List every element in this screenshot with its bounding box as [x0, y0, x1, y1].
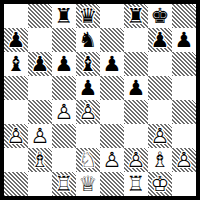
square-d2[interactable]: ♞♘: [76, 148, 100, 172]
square-c3[interactable]: [52, 124, 76, 148]
square-g1[interactable]: ♚♔: [148, 172, 172, 196]
white-rook-outline: ♖: [124, 172, 148, 196]
black-bishop-glyph: ♝: [76, 52, 100, 76]
square-a2[interactable]: [4, 148, 28, 172]
white-pawn[interactable]: ♟♙: [76, 100, 100, 124]
square-a3[interactable]: ♟♙: [4, 124, 28, 148]
square-f5[interactable]: ♟: [124, 76, 148, 100]
white-rook-outline: ♖: [52, 172, 76, 196]
square-d6[interactable]: ♝: [76, 52, 100, 76]
square-c4[interactable]: ♟♙: [52, 100, 76, 124]
white-rook[interactable]: ♜♖: [124, 172, 148, 196]
square-h3[interactable]: [172, 124, 196, 148]
square-c8[interactable]: ♜: [52, 4, 76, 28]
black-queen[interactable]: ♛: [76, 4, 100, 28]
black-rook-glyph: ♜: [124, 4, 148, 28]
chess-board: ♜♛♜♚♟♞♟♟♝♟♟♝♟♟♟♟♙♟♙♟♙♟♙♟♙♝♗♞♘♟♙♟♙♝♗♟♙♜♖♛…: [0, 0, 200, 200]
white-pawn-outline: ♙: [172, 148, 196, 172]
square-g6[interactable]: [148, 52, 172, 76]
square-e7[interactable]: [100, 28, 124, 52]
square-g5[interactable]: [148, 76, 172, 100]
square-h4[interactable]: [172, 100, 196, 124]
square-f7[interactable]: [124, 28, 148, 52]
white-pawn[interactable]: ♟♙: [124, 148, 148, 172]
square-h8[interactable]: [172, 4, 196, 28]
square-f8[interactable]: ♜: [124, 4, 148, 28]
white-pawn[interactable]: ♟♙: [172, 148, 196, 172]
square-e5[interactable]: [100, 76, 124, 100]
black-king[interactable]: ♚: [148, 4, 172, 28]
black-pawn[interactable]: ♟: [100, 52, 124, 76]
white-king-outline: ♔: [148, 172, 172, 196]
square-a8[interactable]: [4, 4, 28, 28]
square-e2[interactable]: ♟♙: [100, 148, 124, 172]
black-pawn[interactable]: ♟: [52, 52, 76, 76]
square-g7[interactable]: ♟: [148, 28, 172, 52]
square-h2[interactable]: ♟♙: [172, 148, 196, 172]
square-d7[interactable]: ♞: [76, 28, 100, 52]
square-e6[interactable]: ♟: [100, 52, 124, 76]
square-b4[interactable]: [28, 100, 52, 124]
square-d3[interactable]: [76, 124, 100, 148]
black-pawn[interactable]: ♟: [124, 76, 148, 100]
square-f4[interactable]: [124, 100, 148, 124]
square-f6[interactable]: [124, 52, 148, 76]
white-bishop-outline: ♗: [148, 148, 172, 172]
black-pawn[interactable]: ♟: [28, 52, 52, 76]
black-bishop[interactable]: ♝: [76, 52, 100, 76]
white-pawn[interactable]: ♟♙: [52, 100, 76, 124]
square-c1[interactable]: ♜♖: [52, 172, 76, 196]
square-b6[interactable]: ♟: [28, 52, 52, 76]
black-pawn-glyph: ♟: [100, 52, 124, 76]
square-f1[interactable]: ♜♖: [124, 172, 148, 196]
black-king-glyph: ♚: [148, 4, 172, 28]
black-pawn-glyph: ♟: [28, 52, 52, 76]
square-g8[interactable]: ♚: [148, 4, 172, 28]
white-king[interactable]: ♚♔: [148, 172, 172, 196]
square-d1[interactable]: ♛♕: [76, 172, 100, 196]
white-knight-outline: ♘: [76, 148, 100, 172]
black-pawn-glyph: ♟: [172, 28, 196, 52]
square-c6[interactable]: ♟: [52, 52, 76, 76]
square-e3[interactable]: [100, 124, 124, 148]
square-a5[interactable]: [4, 76, 28, 100]
white-rook[interactable]: ♜♖: [52, 172, 76, 196]
square-h7[interactable]: ♟: [172, 28, 196, 52]
white-bishop-outline: ♗: [28, 148, 52, 172]
square-e8[interactable]: [100, 4, 124, 28]
black-bishop-glyph: ♝: [4, 52, 28, 76]
square-b2[interactable]: ♝♗: [28, 148, 52, 172]
white-pawn[interactable]: ♟♙: [4, 124, 28, 148]
square-a4[interactable]: [4, 100, 28, 124]
square-d5[interactable]: ♟: [76, 76, 100, 100]
square-b3[interactable]: ♟♙: [28, 124, 52, 148]
white-queen[interactable]: ♛♕: [76, 172, 100, 196]
square-g3[interactable]: ♟♙: [148, 124, 172, 148]
black-pawn[interactable]: ♟: [148, 28, 172, 52]
square-g2[interactable]: ♝♗: [148, 148, 172, 172]
white-bishop[interactable]: ♝♗: [28, 148, 52, 172]
square-b5[interactable]: [28, 76, 52, 100]
white-pawn-outline: ♙: [28, 124, 52, 148]
square-c2[interactable]: [52, 148, 76, 172]
square-e1[interactable]: [100, 172, 124, 196]
square-a7[interactable]: ♟: [4, 28, 28, 52]
square-a1[interactable]: [4, 172, 28, 196]
black-pawn[interactable]: ♟: [76, 76, 100, 100]
white-pawn-outline: ♙: [148, 124, 172, 148]
black-queen-glyph: ♛: [76, 4, 100, 28]
white-pawn-outline: ♙: [100, 148, 124, 172]
square-f2[interactable]: ♟♙: [124, 148, 148, 172]
black-rook[interactable]: ♜: [52, 4, 76, 28]
white-pawn-outline: ♙: [76, 100, 100, 124]
black-pawn-glyph: ♟: [148, 28, 172, 52]
black-pawn-glyph: ♟: [4, 28, 28, 52]
white-pawn[interactable]: ♟♙: [28, 124, 52, 148]
black-pawn-glyph: ♟: [124, 76, 148, 100]
black-knight[interactable]: ♞: [76, 28, 100, 52]
square-a6[interactable]: ♝: [4, 52, 28, 76]
white-pawn[interactable]: ♟♙: [148, 124, 172, 148]
white-pawn-outline: ♙: [52, 100, 76, 124]
square-c7[interactable]: [52, 28, 76, 52]
square-h5[interactable]: [172, 76, 196, 100]
square-f3[interactable]: [124, 124, 148, 148]
black-bishop[interactable]: ♝: [4, 52, 28, 76]
black-pawn[interactable]: ♟: [4, 28, 28, 52]
black-pawn-glyph: ♟: [52, 52, 76, 76]
black-pawn[interactable]: ♟: [172, 28, 196, 52]
black-rook[interactable]: ♜: [124, 4, 148, 28]
square-d4[interactable]: ♟♙: [76, 100, 100, 124]
white-knight[interactable]: ♞♘: [76, 148, 100, 172]
white-queen-outline: ♕: [76, 172, 100, 196]
black-rook-glyph: ♜: [52, 4, 76, 28]
black-knight-glyph: ♞: [76, 28, 100, 52]
square-b1[interactable]: [28, 172, 52, 196]
square-d8[interactable]: ♛: [76, 4, 100, 28]
white-bishop[interactable]: ♝♗: [148, 148, 172, 172]
white-pawn[interactable]: ♟♙: [100, 148, 124, 172]
square-g4[interactable]: [148, 100, 172, 124]
square-h1[interactable]: [172, 172, 196, 196]
square-b8[interactable]: [28, 4, 52, 28]
square-e4[interactable]: [100, 100, 124, 124]
square-h6[interactable]: [172, 52, 196, 76]
white-pawn-outline: ♙: [4, 124, 28, 148]
white-pawn-outline: ♙: [124, 148, 148, 172]
black-pawn-glyph: ♟: [76, 76, 100, 100]
square-c5[interactable]: [52, 76, 76, 100]
square-b7[interactable]: [28, 28, 52, 52]
